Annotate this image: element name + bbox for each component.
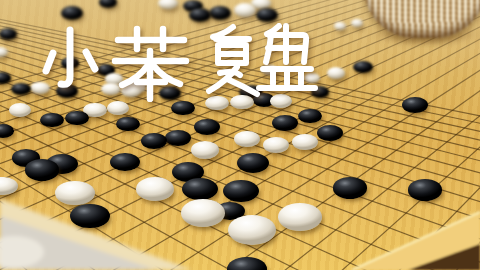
stone-black — [116, 117, 140, 132]
stone-white — [351, 19, 363, 26]
title-char-xiao — [46, 30, 95, 84]
stone-black — [256, 8, 278, 22]
stone-black — [40, 113, 64, 128]
stone-white — [181, 199, 225, 226]
stone-white — [9, 103, 31, 117]
stone-black — [11, 83, 31, 95]
stone-black — [402, 97, 428, 113]
stone-white — [234, 3, 256, 17]
stone-black — [223, 180, 259, 202]
title-overlay — [36, 22, 322, 102]
stone-white — [278, 203, 322, 230]
stone-white — [234, 131, 260, 147]
stone-white — [55, 181, 95, 206]
stone-black — [25, 159, 59, 180]
stone-black — [0, 124, 14, 138]
go-board-photo: 小苯复盘 — [0, 0, 480, 270]
stone-black — [353, 61, 373, 73]
stone-black — [333, 177, 367, 198]
stone-white — [228, 215, 276, 245]
stone-black — [171, 101, 195, 116]
stone-black — [70, 204, 110, 229]
stone-black — [194, 119, 220, 135]
stone-black — [0, 72, 11, 83]
stone-black — [408, 179, 442, 200]
stone-black — [209, 6, 231, 20]
stone-white — [158, 0, 178, 9]
title-char-fu — [209, 27, 257, 94]
stone-white — [191, 141, 219, 158]
stone-black — [189, 8, 211, 22]
stone-white — [292, 134, 318, 150]
stone-black — [99, 0, 117, 8]
stone-black — [227, 257, 267, 270]
stone-black — [317, 125, 343, 141]
stone-black — [237, 153, 269, 173]
stone-white — [136, 177, 174, 201]
stone-white — [334, 22, 346, 29]
stone-white — [327, 67, 345, 78]
stone-black — [61, 6, 83, 20]
stone-black — [65, 111, 89, 126]
stone-black — [298, 109, 322, 124]
title-char-ben — [115, 29, 186, 99]
stone-white — [107, 101, 129, 115]
title-char-pan — [259, 26, 315, 88]
stone-black — [110, 153, 140, 172]
stone-white — [263, 137, 289, 153]
stone-black — [0, 28, 17, 39]
stone-black — [165, 130, 191, 146]
stone-black — [182, 178, 218, 200]
stone-white — [0, 177, 18, 196]
stone-white — [0, 47, 8, 57]
stone-black — [272, 115, 298, 131]
stone-black — [141, 133, 167, 149]
